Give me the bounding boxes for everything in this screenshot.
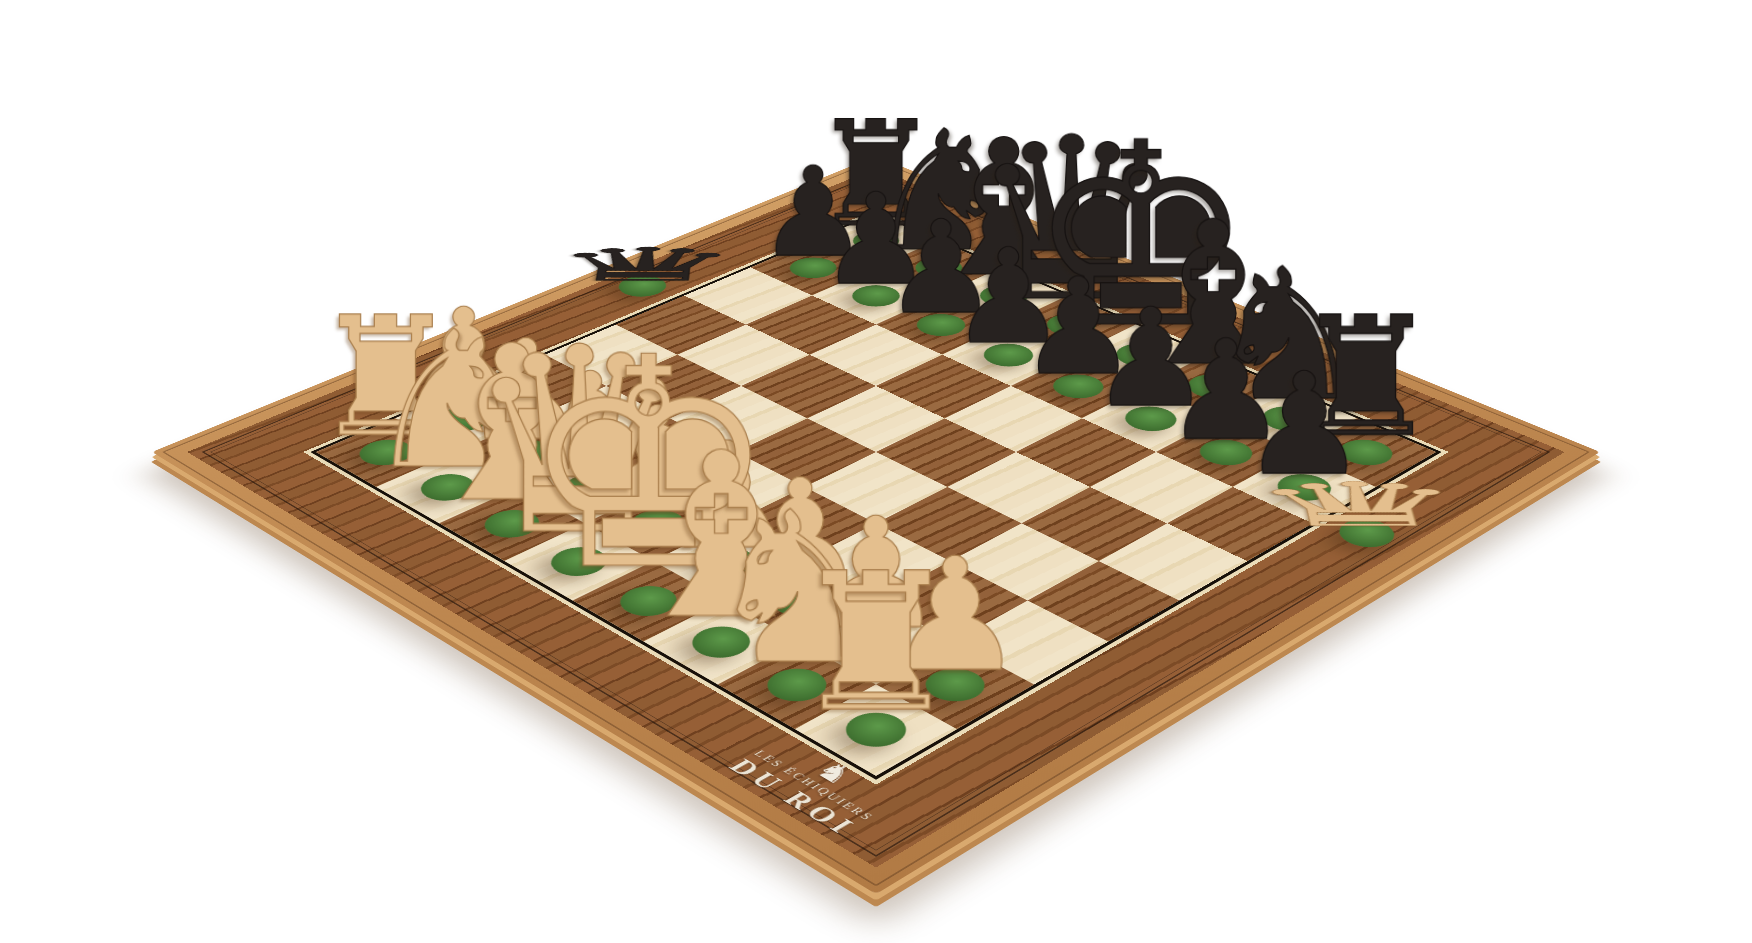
white-rook-glyph: ♜ bbox=[791, 548, 962, 739]
photo-scene: ♜♞♝♛♚♝♞♜♟♟♟♟♟♟♟♟♟♟♟♟♟♟♟♟♜♞♝♛♚♝♞♜ ♞ LES É… bbox=[0, 0, 1752, 943]
board-border: ♜♞♝♛♚♝♞♜♟♟♟♟♟♟♟♟♟♟♟♟♟♟♟♟♜♞♝♛♚♝♞♜ ♞ LES É… bbox=[187, 168, 1564, 867]
chess-board: ♜♞♝♛♚♝♞♜♟♟♟♟♟♟♟♟♟♟♟♟♟♟♟♟♜♞♝♛♚♝♞♜ ♞ LES É… bbox=[152, 156, 1600, 894]
black-queen-glyph: ♛ bbox=[544, 242, 745, 288]
